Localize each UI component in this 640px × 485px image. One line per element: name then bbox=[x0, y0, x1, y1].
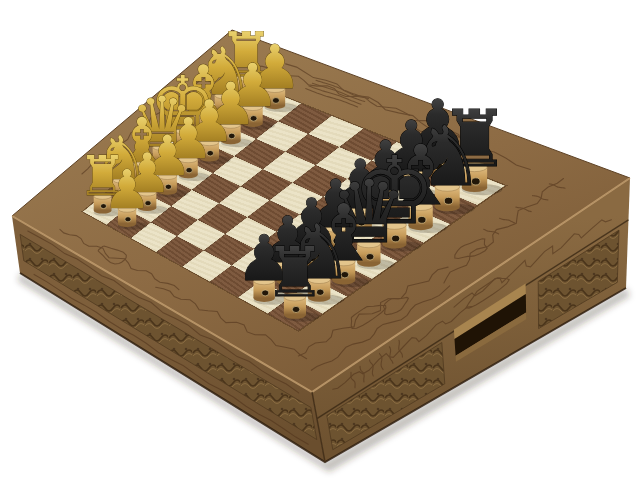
chess-set-scene: ♜♟♞♟♝♟♚♟♛♟♟♝♜♟♟♞♞♟♟♜♟♝♟♚♟♛♟♝♟♞♟♜ bbox=[0, 0, 640, 485]
piece-white-pawn-a2[interactable]: ♟ bbox=[103, 158, 151, 230]
chess-pieces-layer: ♜♟♞♟♝♟♚♟♛♟♟♝♜♟♟♞♞♟♟♜♟♝♟♚♟♛♟♝♟♞♟♜ bbox=[0, 0, 640, 485]
svg-text:♟: ♟ bbox=[103, 158, 151, 221]
svg-text:♜: ♜ bbox=[264, 233, 325, 312]
piece-black-rook-a8[interactable]: ♜ bbox=[264, 233, 325, 322]
